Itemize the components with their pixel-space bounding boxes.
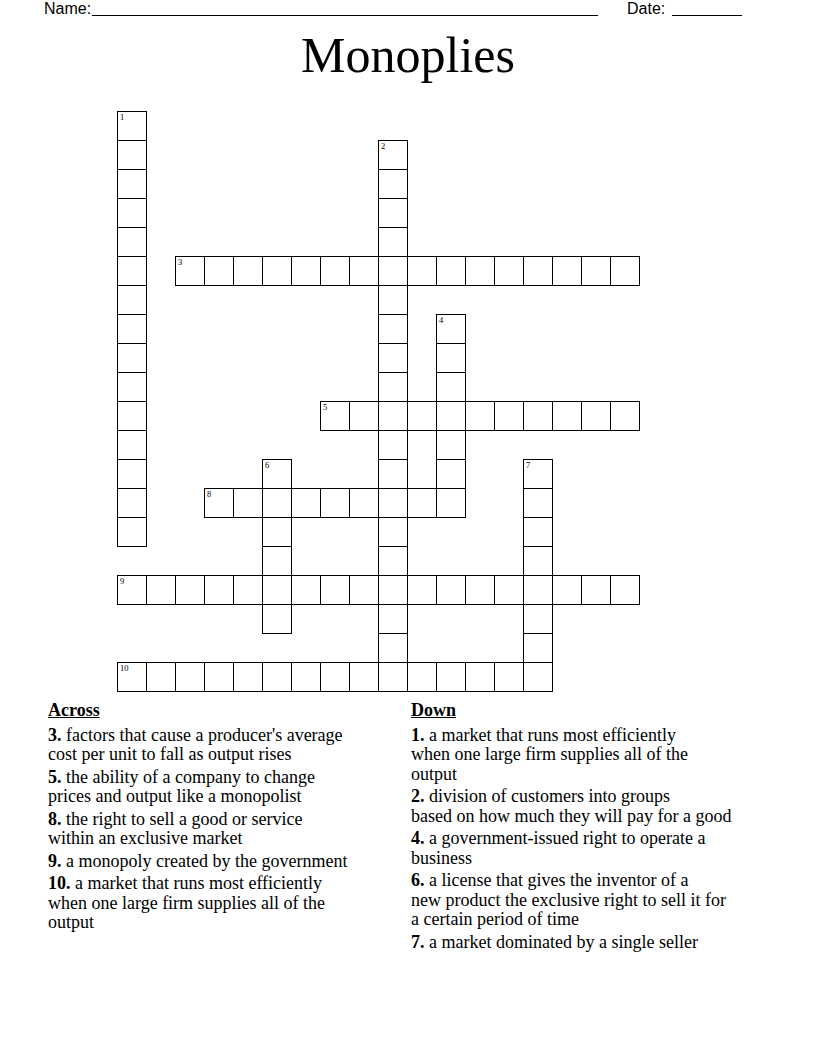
- grid-cell-r13-c8[interactable]: [349, 488, 379, 518]
- cell-number-8: 8: [207, 490, 211, 499]
- grid-cell-r5-c16[interactable]: [581, 256, 611, 286]
- across-clue-9: 9. a monopoly created by the government: [48, 852, 418, 872]
- clue-number: 2.: [411, 786, 425, 806]
- grid-cell-r16-c14[interactable]: [523, 575, 553, 605]
- grid-cell-r6-c9[interactable]: [378, 285, 408, 315]
- grid-cell-r10-c14[interactable]: [523, 401, 553, 431]
- grid-cell-r8-c0[interactable]: [117, 343, 147, 373]
- grid-cell-r13-c6[interactable]: [291, 488, 321, 518]
- grid-cell-r12-c0[interactable]: [117, 459, 147, 489]
- grid-cell-r12-c14[interactable]: 7: [523, 459, 553, 489]
- grid-cell-r16-c17[interactable]: [610, 575, 640, 605]
- clue-text: division of customers into groups based …: [411, 786, 731, 826]
- crossword-grid: 12345678910: [117, 111, 641, 693]
- grid-cell-r19-c4[interactable]: [233, 662, 263, 692]
- grid-cell-r6-c0[interactable]: [117, 285, 147, 315]
- clue-text: a government-issued right to operate a b…: [411, 828, 705, 868]
- grid-cell-r5-c11[interactable]: [436, 256, 466, 286]
- grid-cell-r0-c0[interactable]: 1: [117, 111, 147, 141]
- across-clue-10: 10. a market that runs most efficiently …: [48, 874, 418, 933]
- grid-cell-r16-c7[interactable]: [320, 575, 350, 605]
- clue-text: a license that gives the inventor of a n…: [411, 870, 726, 929]
- grid-cell-r13-c11[interactable]: [436, 488, 466, 518]
- grid-cell-r18-c9[interactable]: [378, 633, 408, 663]
- date-input-line[interactable]: [672, 1, 742, 16]
- cell-number-3: 3: [178, 258, 182, 267]
- grid-cell-r19-c7[interactable]: [320, 662, 350, 692]
- grid-cell-r11-c9[interactable]: [378, 430, 408, 460]
- clues-down-column: Down 1. a market that runs most efficien…: [411, 701, 805, 955]
- grid-cell-r3-c0[interactable]: [117, 198, 147, 228]
- grid-cell-r13-c10[interactable]: [407, 488, 437, 518]
- clue-number: 7.: [411, 932, 425, 952]
- down-heading: Down: [411, 701, 805, 721]
- grid-cell-r9-c0[interactable]: [117, 372, 147, 402]
- grid-cell-r15-c9[interactable]: [378, 546, 408, 576]
- grid-cell-r5-c0[interactable]: [117, 256, 147, 286]
- grid-cell-r5-c14[interactable]: [523, 256, 553, 286]
- grid-cell-r15-c14[interactable]: [523, 546, 553, 576]
- down-clue-7: 7. a market dominated by a single seller: [411, 933, 805, 953]
- grid-cell-r5-c7[interactable]: [320, 256, 350, 286]
- grid-cell-r19-c5[interactable]: [262, 662, 292, 692]
- grid-cell-r16-c10[interactable]: [407, 575, 437, 605]
- clue-number: 6.: [411, 870, 425, 890]
- clue-text: a market dominated by a single seller: [425, 932, 698, 952]
- grid-cell-r16-c9[interactable]: [378, 575, 408, 605]
- cell-number-6: 6: [265, 461, 269, 470]
- grid-cell-r10-c10[interactable]: [407, 401, 437, 431]
- grid-cell-r13-c7[interactable]: [320, 488, 350, 518]
- grid-cell-r2-c9[interactable]: [378, 169, 408, 199]
- grid-cell-r11-c11[interactable]: [436, 430, 466, 460]
- clue-text: a market that runs most efficiently when…: [411, 725, 688, 784]
- grid-cell-r19-c13[interactable]: [494, 662, 524, 692]
- across-clue-5: 5. the ability of a company to change pr…: [48, 768, 418, 807]
- cell-number-10: 10: [120, 664, 129, 673]
- grid-cell-r12-c11[interactable]: [436, 459, 466, 489]
- grid-cell-r7-c0[interactable]: [117, 314, 147, 344]
- grid-cell-r19-c12[interactable]: [465, 662, 495, 692]
- grid-cell-r18-c14[interactable]: [523, 633, 553, 663]
- down-clue-6: 6. a license that gives the inventor of …: [411, 871, 805, 930]
- grid-cell-r19-c11[interactable]: [436, 662, 466, 692]
- puzzle-title: Monoplies: [0, 30, 816, 80]
- grid-cell-r3-c9[interactable]: [378, 198, 408, 228]
- grid-cell-r19-c2[interactable]: [175, 662, 205, 692]
- cell-number-9: 9: [120, 577, 124, 586]
- grid-cell-r5-c13[interactable]: [494, 256, 524, 286]
- grid-cell-r19-c1[interactable]: [146, 662, 176, 692]
- grid-cell-r5-c12[interactable]: [465, 256, 495, 286]
- grid-cell-r19-c3[interactable]: [204, 662, 234, 692]
- grid-cell-r7-c11[interactable]: 4: [436, 314, 466, 344]
- grid-cell-r10-c11[interactable]: [436, 401, 466, 431]
- grid-cell-r10-c17[interactable]: [610, 401, 640, 431]
- grid-cell-r16-c4[interactable]: [233, 575, 263, 605]
- grid-cell-r16-c15[interactable]: [552, 575, 582, 605]
- clue-number: 8.: [48, 809, 62, 829]
- grid-cell-r16-c5[interactable]: [262, 575, 292, 605]
- grid-cell-r9-c11[interactable]: [436, 372, 466, 402]
- cell-number-4: 4: [439, 316, 443, 325]
- grid-cell-r17-c9[interactable]: [378, 604, 408, 634]
- grid-cell-r13-c9[interactable]: [378, 488, 408, 518]
- clue-number: 10.: [48, 873, 71, 893]
- grid-cell-r5-c5[interactable]: [262, 256, 292, 286]
- grid-cell-r16-c16[interactable]: [581, 575, 611, 605]
- clue-text: a monopoly created by the government: [62, 851, 348, 871]
- grid-cell-r13-c0[interactable]: [117, 488, 147, 518]
- worksheet-page: Name: Date: Monoplies 12345678910 Across…: [0, 0, 816, 1056]
- grid-cell-r13-c4[interactable]: [233, 488, 263, 518]
- grid-cell-r16-c6[interactable]: [291, 575, 321, 605]
- grid-cell-r19-c6[interactable]: [291, 662, 321, 692]
- grid-cell-r10-c15[interactable]: [552, 401, 582, 431]
- clue-text: the right to sell a good or service with…: [48, 809, 302, 849]
- grid-cell-r13-c5[interactable]: [262, 488, 292, 518]
- grid-cell-r10-c8[interactable]: [349, 401, 379, 431]
- grid-cell-r5-c3[interactable]: [204, 256, 234, 286]
- grid-cell-r10-c7[interactable]: 5: [320, 401, 350, 431]
- cell-number-1: 1: [120, 113, 124, 122]
- across-clue-8: 8. the right to sell a good or service w…: [48, 810, 418, 849]
- grid-cell-r5-c10[interactable]: [407, 256, 437, 286]
- grid-cell-r10-c12[interactable]: [465, 401, 495, 431]
- down-clue-list: 1. a market that runs most efficiently w…: [411, 726, 805, 953]
- clue-number: 5.: [48, 767, 62, 787]
- grid-cell-r13-c14[interactable]: [523, 488, 553, 518]
- clue-number: 1.: [411, 725, 425, 745]
- clue-text: a market that runs most efficiently when…: [48, 873, 325, 932]
- grid-cell-r5-c4[interactable]: [233, 256, 263, 286]
- grid-cell-r19-c9[interactable]: [378, 662, 408, 692]
- down-clue-4: 4. a government-issued right to operate …: [411, 829, 805, 868]
- grid-cell-r5-c17[interactable]: [610, 256, 640, 286]
- grid-cell-r10-c16[interactable]: [581, 401, 611, 431]
- clue-number: 9.: [48, 851, 62, 871]
- grid-cell-r17-c5[interactable]: [262, 604, 292, 634]
- grid-cell-r5-c9[interactable]: [378, 256, 408, 286]
- grid-cell-r19-c8[interactable]: [349, 662, 379, 692]
- grid-cell-r14-c0[interactable]: [117, 517, 147, 547]
- grid-cell-r14-c5[interactable]: [262, 517, 292, 547]
- grid-cell-r19-c14[interactable]: [523, 662, 553, 692]
- grid-cell-r17-c14[interactable]: [523, 604, 553, 634]
- grid-cell-r10-c9[interactable]: [378, 401, 408, 431]
- cell-number-5: 5: [323, 403, 327, 412]
- clue-text: the ability of a company to change price…: [48, 767, 315, 807]
- name-label: Name:: [44, 0, 91, 18]
- grid-cell-r5-c6[interactable]: [291, 256, 321, 286]
- grid-cell-r16-c11[interactable]: [436, 575, 466, 605]
- grid-cell-r1-c9[interactable]: 2: [378, 140, 408, 170]
- grid-cell-r2-c0[interactable]: [117, 169, 147, 199]
- cell-number-2: 2: [381, 142, 385, 151]
- grid-cell-r7-c9[interactable]: [378, 314, 408, 344]
- grid-cell-r16-c12[interactable]: [465, 575, 495, 605]
- clue-number: 3.: [48, 725, 62, 745]
- grid-cell-r19-c0[interactable]: 10: [117, 662, 147, 692]
- across-clue-list: 3. factors that cause a producer's avera…: [48, 726, 418, 933]
- grid-cell-r8-c9[interactable]: [378, 343, 408, 373]
- clue-text: factors that cause a producer's average …: [48, 725, 343, 765]
- across-heading: Across: [48, 701, 418, 721]
- grid-cell-r1-c0[interactable]: [117, 140, 147, 170]
- grid-cell-r16-c1[interactable]: [146, 575, 176, 605]
- grid-cell-r4-c9[interactable]: [378, 227, 408, 257]
- grid-cell-r9-c9[interactable]: [378, 372, 408, 402]
- across-clue-3: 3. factors that cause a producer's avera…: [48, 726, 418, 765]
- grid-cell-r8-c11[interactable]: [436, 343, 466, 373]
- grid-cell-r14-c9[interactable]: [378, 517, 408, 547]
- date-label: Date:: [627, 0, 665, 18]
- grid-cell-r10-c13[interactable]: [494, 401, 524, 431]
- grid-cell-r11-c0[interactable]: [117, 430, 147, 460]
- grid-cell-r5-c8[interactable]: [349, 256, 379, 286]
- grid-cell-r15-c5[interactable]: [262, 546, 292, 576]
- grid-cell-r16-c8[interactable]: [349, 575, 379, 605]
- grid-cell-r19-c10[interactable]: [407, 662, 437, 692]
- clues-across-column: Across 3. factors that cause a producer'…: [48, 701, 418, 936]
- grid-cell-r16-c3[interactable]: [204, 575, 234, 605]
- cell-number-7: 7: [526, 461, 530, 470]
- down-clue-2: 2. division of customers into groups bas…: [411, 787, 805, 826]
- grid-cell-r12-c5[interactable]: 6: [262, 459, 292, 489]
- grid-cell-r16-c2[interactable]: [175, 575, 205, 605]
- grid-cell-r5-c2[interactable]: 3: [175, 256, 205, 286]
- clue-number: 4.: [411, 828, 425, 848]
- name-input-line[interactable]: [92, 1, 598, 16]
- grid-cell-r4-c0[interactable]: [117, 227, 147, 257]
- grid-cell-r16-c13[interactable]: [494, 575, 524, 605]
- grid-cell-r16-c0[interactable]: 9: [117, 575, 147, 605]
- grid-cell-r10-c0[interactable]: [117, 401, 147, 431]
- grid-cell-r13-c3[interactable]: 8: [204, 488, 234, 518]
- down-clue-1: 1. a market that runs most efficiently w…: [411, 726, 805, 785]
- grid-cell-r5-c15[interactable]: [552, 256, 582, 286]
- grid-cell-r12-c9[interactable]: [378, 459, 408, 489]
- grid-cell-r14-c14[interactable]: [523, 517, 553, 547]
